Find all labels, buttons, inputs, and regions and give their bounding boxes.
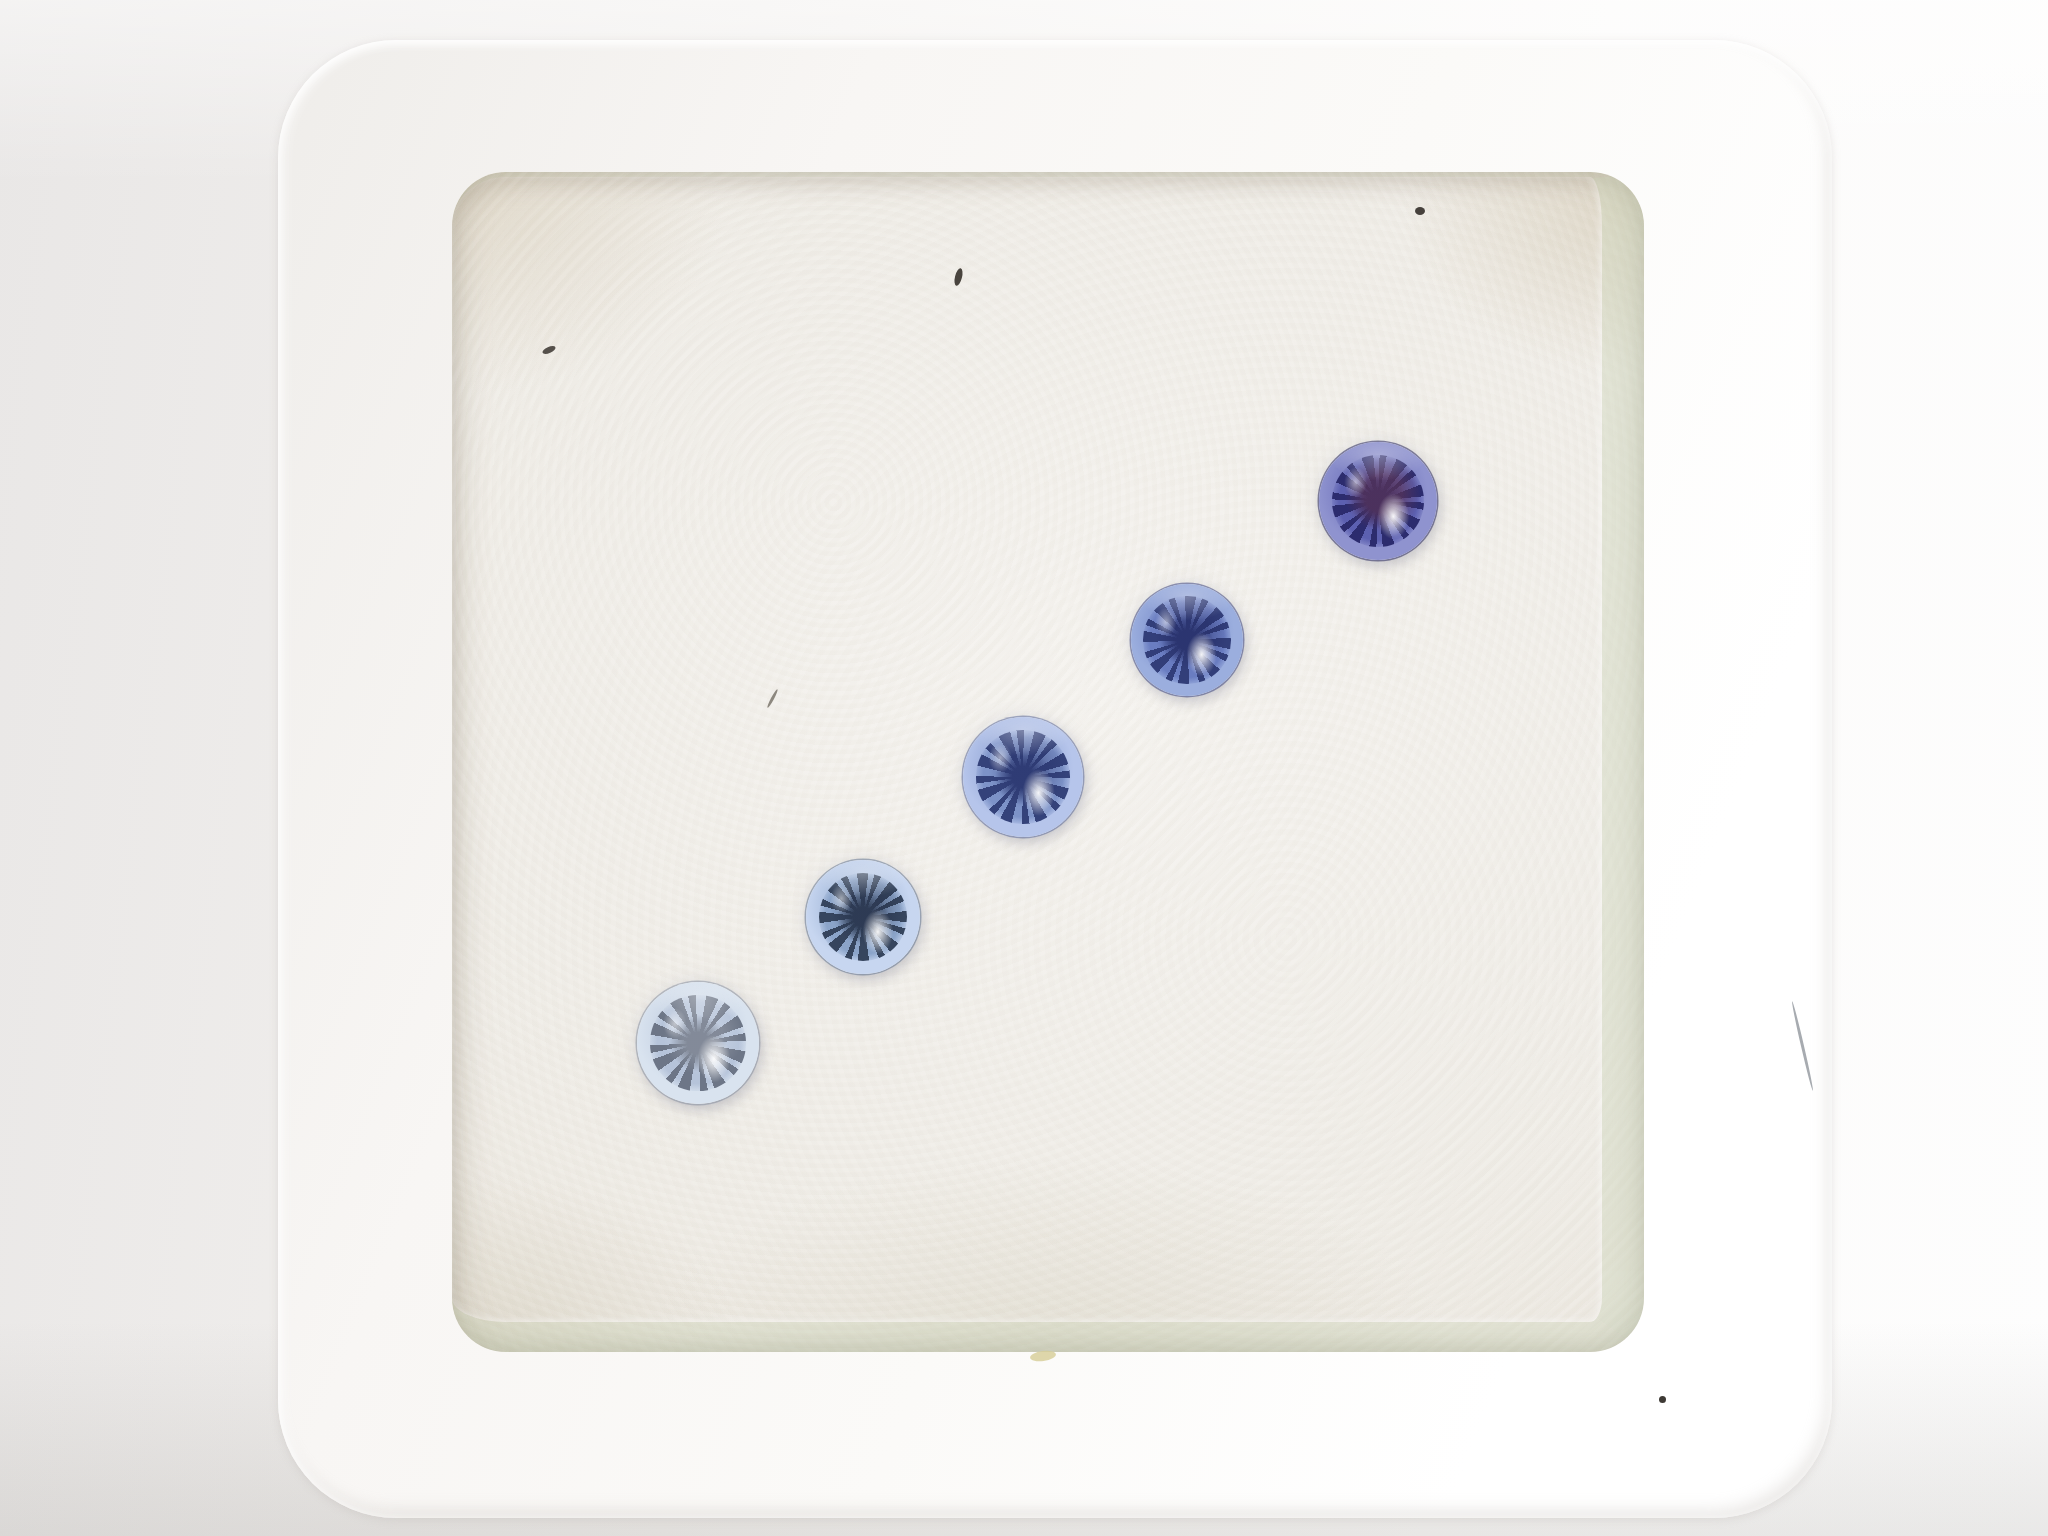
gem-box	[278, 40, 1832, 1518]
photo-canvas	[0, 0, 2048, 1536]
foam-texture	[452, 172, 1644, 1352]
foam-recess	[452, 172, 1644, 1352]
glass-lid-edge	[452, 172, 1644, 1352]
